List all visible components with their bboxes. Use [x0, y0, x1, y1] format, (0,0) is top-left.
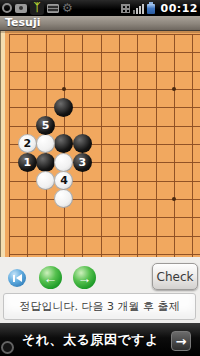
right-arrow-icon: → [78, 271, 92, 285]
stone-black-move-1: 1 [18, 153, 37, 172]
previous-move-button[interactable]: ← [39, 266, 62, 289]
board-top-shadow [0, 31, 200, 33]
clock: 00:12 [158, 2, 198, 15]
camera-icon [15, 4, 27, 13]
star-point [62, 87, 66, 91]
stone-black-move-3: 3 [73, 153, 92, 172]
ad-info-icon[interactable] [1, 341, 14, 354]
signal-strength-icon [133, 3, 144, 14]
status-bar: ᛉ ⚙ 00:12 [0, 0, 200, 16]
app-title: Tesuji [5, 16, 40, 29]
skip-to-start-button[interactable] [8, 269, 26, 287]
ad-text: それ、太る原因ですよ [22, 323, 159, 356]
display-notification-icon [47, 4, 59, 13]
gear-icon: ⚙ [62, 1, 73, 15]
ring-notification-icon [2, 3, 12, 13]
ad-banner[interactable]: それ、太る原因ですよ → [0, 323, 200, 356]
status-indicators: 00:12 [121, 2, 200, 15]
app-screen: ᛉ ⚙ 00:12 Tesuji 12345 ← → [0, 0, 200, 356]
star-point [172, 87, 176, 91]
battery-icon [147, 2, 155, 14]
notification-icons: ᛉ ⚙ [0, 1, 73, 15]
left-arrow-icon: ← [44, 271, 58, 285]
star-point [172, 197, 176, 201]
next-move-button[interactable]: → [73, 266, 96, 289]
go-board[interactable]: 12345 [0, 31, 200, 257]
board-edge-strip [0, 31, 5, 257]
stone-black [36, 153, 55, 172]
check-button[interactable]: Check [152, 263, 198, 290]
skip-to-start-icon [13, 275, 15, 282]
ad-right-arrow-icon: → [176, 334, 187, 349]
title-bar: Tesuji [0, 16, 200, 31]
result-message-box: 정답입니다. 다음 3 개월 후 출제 [3, 293, 196, 320]
data-network-icon [121, 4, 130, 13]
ad-arrow-button[interactable]: → [171, 331, 191, 351]
usb-debug-figure-icon: ᛉ [30, 1, 44, 15]
result-message-text: 정답입니다. 다음 3 개월 후 출제 [20, 299, 180, 314]
check-button-label: Check [157, 270, 194, 284]
